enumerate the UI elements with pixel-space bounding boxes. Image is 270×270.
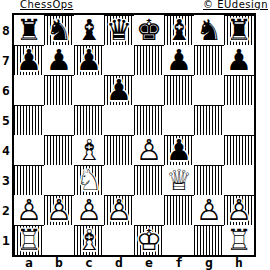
square-c7: ♟♟ (74, 45, 104, 75)
white-pawn-e4: ♟♙ (134, 135, 164, 165)
square-a3 (14, 165, 44, 195)
black-pawn-a7: ♟♟ (14, 45, 44, 75)
square-e6 (134, 75, 164, 105)
rank-labels: 87654321 (0, 15, 12, 255)
square-b2: ♟♙ (44, 195, 74, 225)
square-a1: ♜♖ (14, 225, 44, 255)
credit-link[interactable]: © EUdesign (203, 0, 268, 11)
rank-label-2: 2 (0, 195, 12, 225)
black-bishop-c8: ♝♝ (74, 15, 104, 45)
app-title-link[interactable]: ChessOps (20, 0, 73, 11)
rank-label-4: 4 (0, 135, 12, 165)
black-queen-d8: ♛♛ (104, 15, 134, 45)
square-a4 (14, 135, 44, 165)
black-pawn-f7: ♟♟ (164, 45, 194, 75)
square-g3 (194, 165, 224, 195)
square-c5 (74, 105, 104, 135)
square-f2 (164, 195, 194, 225)
white-rook-h1: ♜♖ (224, 225, 254, 255)
rank-label-5: 5 (0, 105, 12, 135)
square-d8: ♛♛ (104, 15, 134, 45)
square-c6 (74, 75, 104, 105)
file-label-a: a (14, 256, 44, 270)
file-label-h: h (224, 256, 254, 270)
square-b1 (44, 225, 74, 255)
black-knight-b8: ♞♞ (44, 15, 74, 45)
square-c1: ♝♗ (74, 225, 104, 255)
chessops-diagram: ChessOps © EUdesign 87654321 ♜♜♞♞♝♝♛♛♚♚♝… (0, 0, 270, 270)
board: ♜♜♞♞♝♝♛♛♚♚♝♝♞♞♜♜♟♟♟♟♟♟♟♟♟♟♟♟♝♗♟♙♟♟♞♘♛♕♟♙… (12, 13, 256, 257)
square-f7: ♟♟ (164, 45, 194, 75)
black-pawn-d6: ♟♟ (104, 75, 134, 105)
square-d6: ♟♟ (104, 75, 134, 105)
square-b4 (44, 135, 74, 165)
black-knight-g8: ♞♞ (194, 15, 224, 45)
square-d1 (104, 225, 134, 255)
square-b5 (44, 105, 74, 135)
file-label-d: d (104, 256, 134, 270)
square-e4: ♟♙ (134, 135, 164, 165)
square-h8: ♜♜ (224, 15, 254, 45)
white-knight-c3: ♞♘ (74, 165, 104, 195)
square-d4 (104, 135, 134, 165)
black-bishop-f8: ♝♝ (164, 15, 194, 45)
square-b3 (44, 165, 74, 195)
black-pawn-f4: ♟♟ (164, 135, 194, 165)
white-king-e1: ♚♔ (134, 225, 164, 255)
square-g8: ♞♞ (194, 15, 224, 45)
square-e5 (134, 105, 164, 135)
square-f8: ♝♝ (164, 15, 194, 45)
rank-label-8: 8 (0, 15, 12, 45)
square-g7 (194, 45, 224, 75)
square-e3 (134, 165, 164, 195)
white-pawn-g2: ♟♙ (194, 195, 224, 225)
white-rook-a1: ♜♖ (14, 225, 44, 255)
square-e8: ♚♚ (134, 15, 164, 45)
square-h2: ♟♙ (224, 195, 254, 225)
square-b7: ♟♟ (44, 45, 74, 75)
file-label-c: c (74, 256, 104, 270)
black-pawn-b7: ♟♟ (44, 45, 74, 75)
rank-label-1: 1 (0, 225, 12, 255)
square-h1: ♜♖ (224, 225, 254, 255)
square-a2: ♟♙ (14, 195, 44, 225)
black-rook-h8: ♜♜ (224, 15, 254, 45)
square-e1: ♚♔ (134, 225, 164, 255)
black-king-e8: ♚♚ (134, 15, 164, 45)
file-labels: abcdefgh (14, 256, 254, 270)
square-b8: ♞♞ (44, 15, 74, 45)
rank-label-3: 3 (0, 165, 12, 195)
square-d5 (104, 105, 134, 135)
square-e7 (134, 45, 164, 75)
square-h7: ♟♟ (224, 45, 254, 75)
square-c8: ♝♝ (74, 15, 104, 45)
square-h6 (224, 75, 254, 105)
white-pawn-b2: ♟♙ (44, 195, 74, 225)
rank-label-7: 7 (0, 45, 12, 75)
square-a7: ♟♟ (14, 45, 44, 75)
white-bishop-c4: ♝♗ (74, 135, 104, 165)
square-h3 (224, 165, 254, 195)
square-g2: ♟♙ (194, 195, 224, 225)
file-label-e: e (134, 256, 164, 270)
square-a6 (14, 75, 44, 105)
white-pawn-c2: ♟♙ (74, 195, 104, 225)
square-g1 (194, 225, 224, 255)
square-c4: ♝♗ (74, 135, 104, 165)
file-label-g: g (194, 256, 224, 270)
square-h4 (224, 135, 254, 165)
black-rook-a8: ♜♜ (14, 15, 44, 45)
square-c2: ♟♙ (74, 195, 104, 225)
square-d7 (104, 45, 134, 75)
white-pawn-a2: ♟♙ (14, 195, 44, 225)
square-b6 (44, 75, 74, 105)
black-pawn-c7: ♟♟ (74, 45, 104, 75)
square-c3: ♞♘ (74, 165, 104, 195)
square-g5 (194, 105, 224, 135)
rank-label-6: 6 (0, 75, 12, 105)
white-queen-f3: ♛♕ (164, 165, 194, 195)
square-a5 (14, 105, 44, 135)
square-f5 (164, 105, 194, 135)
black-pawn-h7: ♟♟ (224, 45, 254, 75)
square-d3 (104, 165, 134, 195)
square-a8: ♜♜ (14, 15, 44, 45)
square-e2 (134, 195, 164, 225)
square-h5 (224, 105, 254, 135)
square-g6 (194, 75, 224, 105)
square-d2: ♟♙ (104, 195, 134, 225)
file-label-f: f (164, 256, 194, 270)
square-f6 (164, 75, 194, 105)
white-pawn-d2: ♟♙ (104, 195, 134, 225)
white-pawn-h2: ♟♙ (224, 195, 254, 225)
white-bishop-c1: ♝♗ (74, 225, 104, 255)
square-f3: ♛♕ (164, 165, 194, 195)
file-label-b: b (44, 256, 74, 270)
square-f1 (164, 225, 194, 255)
square-g4 (194, 135, 224, 165)
square-f4: ♟♟ (164, 135, 194, 165)
